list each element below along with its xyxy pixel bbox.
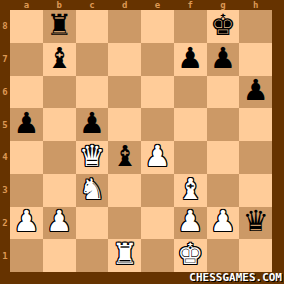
piece-black-bishop-d4: ♝ xyxy=(112,142,138,171)
square-g2: ♟ xyxy=(207,207,240,240)
square-c1 xyxy=(76,239,109,272)
rank-label-5: 5 xyxy=(0,108,10,141)
square-b8: ♜ xyxy=(43,10,76,43)
square-h5 xyxy=(239,108,272,141)
file-label-h: h xyxy=(239,0,272,10)
square-c8 xyxy=(76,10,109,43)
rank-label-6: 6 xyxy=(0,76,10,109)
square-c6 xyxy=(76,76,109,109)
piece-black-pawn-f7: ♟ xyxy=(177,44,203,73)
square-a2: ♟ xyxy=(10,207,43,240)
square-d1: ♜ xyxy=(108,239,141,272)
piece-white-bishop-f3: ♝ xyxy=(177,175,203,204)
square-a4 xyxy=(10,141,43,174)
square-g7: ♟ xyxy=(207,43,240,76)
square-e5 xyxy=(141,108,174,141)
file-label-d: d xyxy=(108,0,141,10)
square-d5 xyxy=(108,108,141,141)
piece-white-pawn-b2: ♟ xyxy=(46,207,72,236)
square-a7 xyxy=(10,43,43,76)
square-b2: ♟ xyxy=(43,207,76,240)
square-h7 xyxy=(239,43,272,76)
square-h1 xyxy=(239,239,272,272)
square-a3 xyxy=(10,174,43,207)
square-a6 xyxy=(10,76,43,109)
square-d6 xyxy=(108,76,141,109)
piece-white-knight-c3: ♞ xyxy=(79,175,105,204)
square-f8 xyxy=(174,10,207,43)
file-label-f: f xyxy=(174,0,207,10)
square-f4 xyxy=(174,141,207,174)
rank-label-1: 1 xyxy=(0,239,10,272)
square-h6: ♟ xyxy=(239,76,272,109)
piece-white-pawn-e4: ♟ xyxy=(144,142,170,171)
piece-white-rook-d1: ♜ xyxy=(112,240,138,269)
piece-black-bishop-b7: ♝ xyxy=(46,44,72,73)
square-d2 xyxy=(108,207,141,240)
square-h3 xyxy=(239,174,272,207)
square-h8 xyxy=(239,10,272,43)
square-g8: ♚ xyxy=(207,10,240,43)
rank-label-7: 7 xyxy=(0,43,10,76)
square-f3: ♝ xyxy=(174,174,207,207)
square-f7: ♟ xyxy=(174,43,207,76)
square-d8 xyxy=(108,10,141,43)
piece-black-queen-h2: ♛ xyxy=(243,207,269,236)
piece-white-king-f1: ♚ xyxy=(177,240,203,269)
piece-white-queen-c4: ♛ xyxy=(79,142,105,171)
rank-label-2: 2 xyxy=(0,207,10,240)
square-g1 xyxy=(207,239,240,272)
square-f2: ♟ xyxy=(174,207,207,240)
square-e8 xyxy=(141,10,174,43)
rank-label-8: 8 xyxy=(0,10,10,43)
square-c4: ♛ xyxy=(76,141,109,174)
square-c5: ♟ xyxy=(76,108,109,141)
square-e1 xyxy=(141,239,174,272)
square-b1 xyxy=(43,239,76,272)
square-a1 xyxy=(10,239,43,272)
square-b3 xyxy=(43,174,76,207)
square-a8 xyxy=(10,10,43,43)
piece-black-king-g8: ♚ xyxy=(210,11,236,40)
square-b6 xyxy=(43,76,76,109)
square-c7 xyxy=(76,43,109,76)
square-f1: ♚ xyxy=(174,239,207,272)
site-watermark: CHESSGAMES.COM xyxy=(189,272,282,284)
chess-diagram: abcdefgh 87654321 ♜♚♝♟♟♟♟♟♛♝♟♞♝♟♟♟♟♛♜♚ C… xyxy=(0,0,284,284)
square-a5: ♟ xyxy=(10,108,43,141)
rank-label-3: 3 xyxy=(0,174,10,207)
square-b4 xyxy=(43,141,76,174)
square-g5 xyxy=(207,108,240,141)
piece-white-pawn-a2: ♟ xyxy=(13,207,39,236)
file-label-e: e xyxy=(141,0,174,10)
square-g6 xyxy=(207,76,240,109)
piece-black-pawn-h6: ♟ xyxy=(243,76,269,105)
square-d4: ♝ xyxy=(108,141,141,174)
file-label-a: a xyxy=(10,0,43,10)
square-g4 xyxy=(207,141,240,174)
square-g3 xyxy=(207,174,240,207)
square-h2: ♛ xyxy=(239,207,272,240)
square-e4: ♟ xyxy=(141,141,174,174)
rank-labels: 87654321 xyxy=(0,10,10,272)
square-e3 xyxy=(141,174,174,207)
square-e2 xyxy=(141,207,174,240)
piece-white-pawn-g2: ♟ xyxy=(210,207,236,236)
square-c2 xyxy=(76,207,109,240)
square-d7 xyxy=(108,43,141,76)
file-label-c: c xyxy=(76,0,109,10)
square-b5 xyxy=(43,108,76,141)
square-b7: ♝ xyxy=(43,43,76,76)
piece-black-pawn-g7: ♟ xyxy=(210,44,236,73)
square-f6 xyxy=(174,76,207,109)
square-e7 xyxy=(141,43,174,76)
rank-label-4: 4 xyxy=(0,141,10,174)
square-d3 xyxy=(108,174,141,207)
piece-black-pawn-c5: ♟ xyxy=(79,109,105,138)
piece-white-pawn-f2: ♟ xyxy=(177,207,203,236)
square-c3: ♞ xyxy=(76,174,109,207)
chess-board: ♜♚♝♟♟♟♟♟♛♝♟♞♝♟♟♟♟♛♜♚ xyxy=(10,10,272,272)
piece-black-rook-b8: ♜ xyxy=(46,11,72,40)
piece-black-pawn-a5: ♟ xyxy=(13,109,39,138)
square-e6 xyxy=(141,76,174,109)
square-f5 xyxy=(174,108,207,141)
square-h4 xyxy=(239,141,272,174)
